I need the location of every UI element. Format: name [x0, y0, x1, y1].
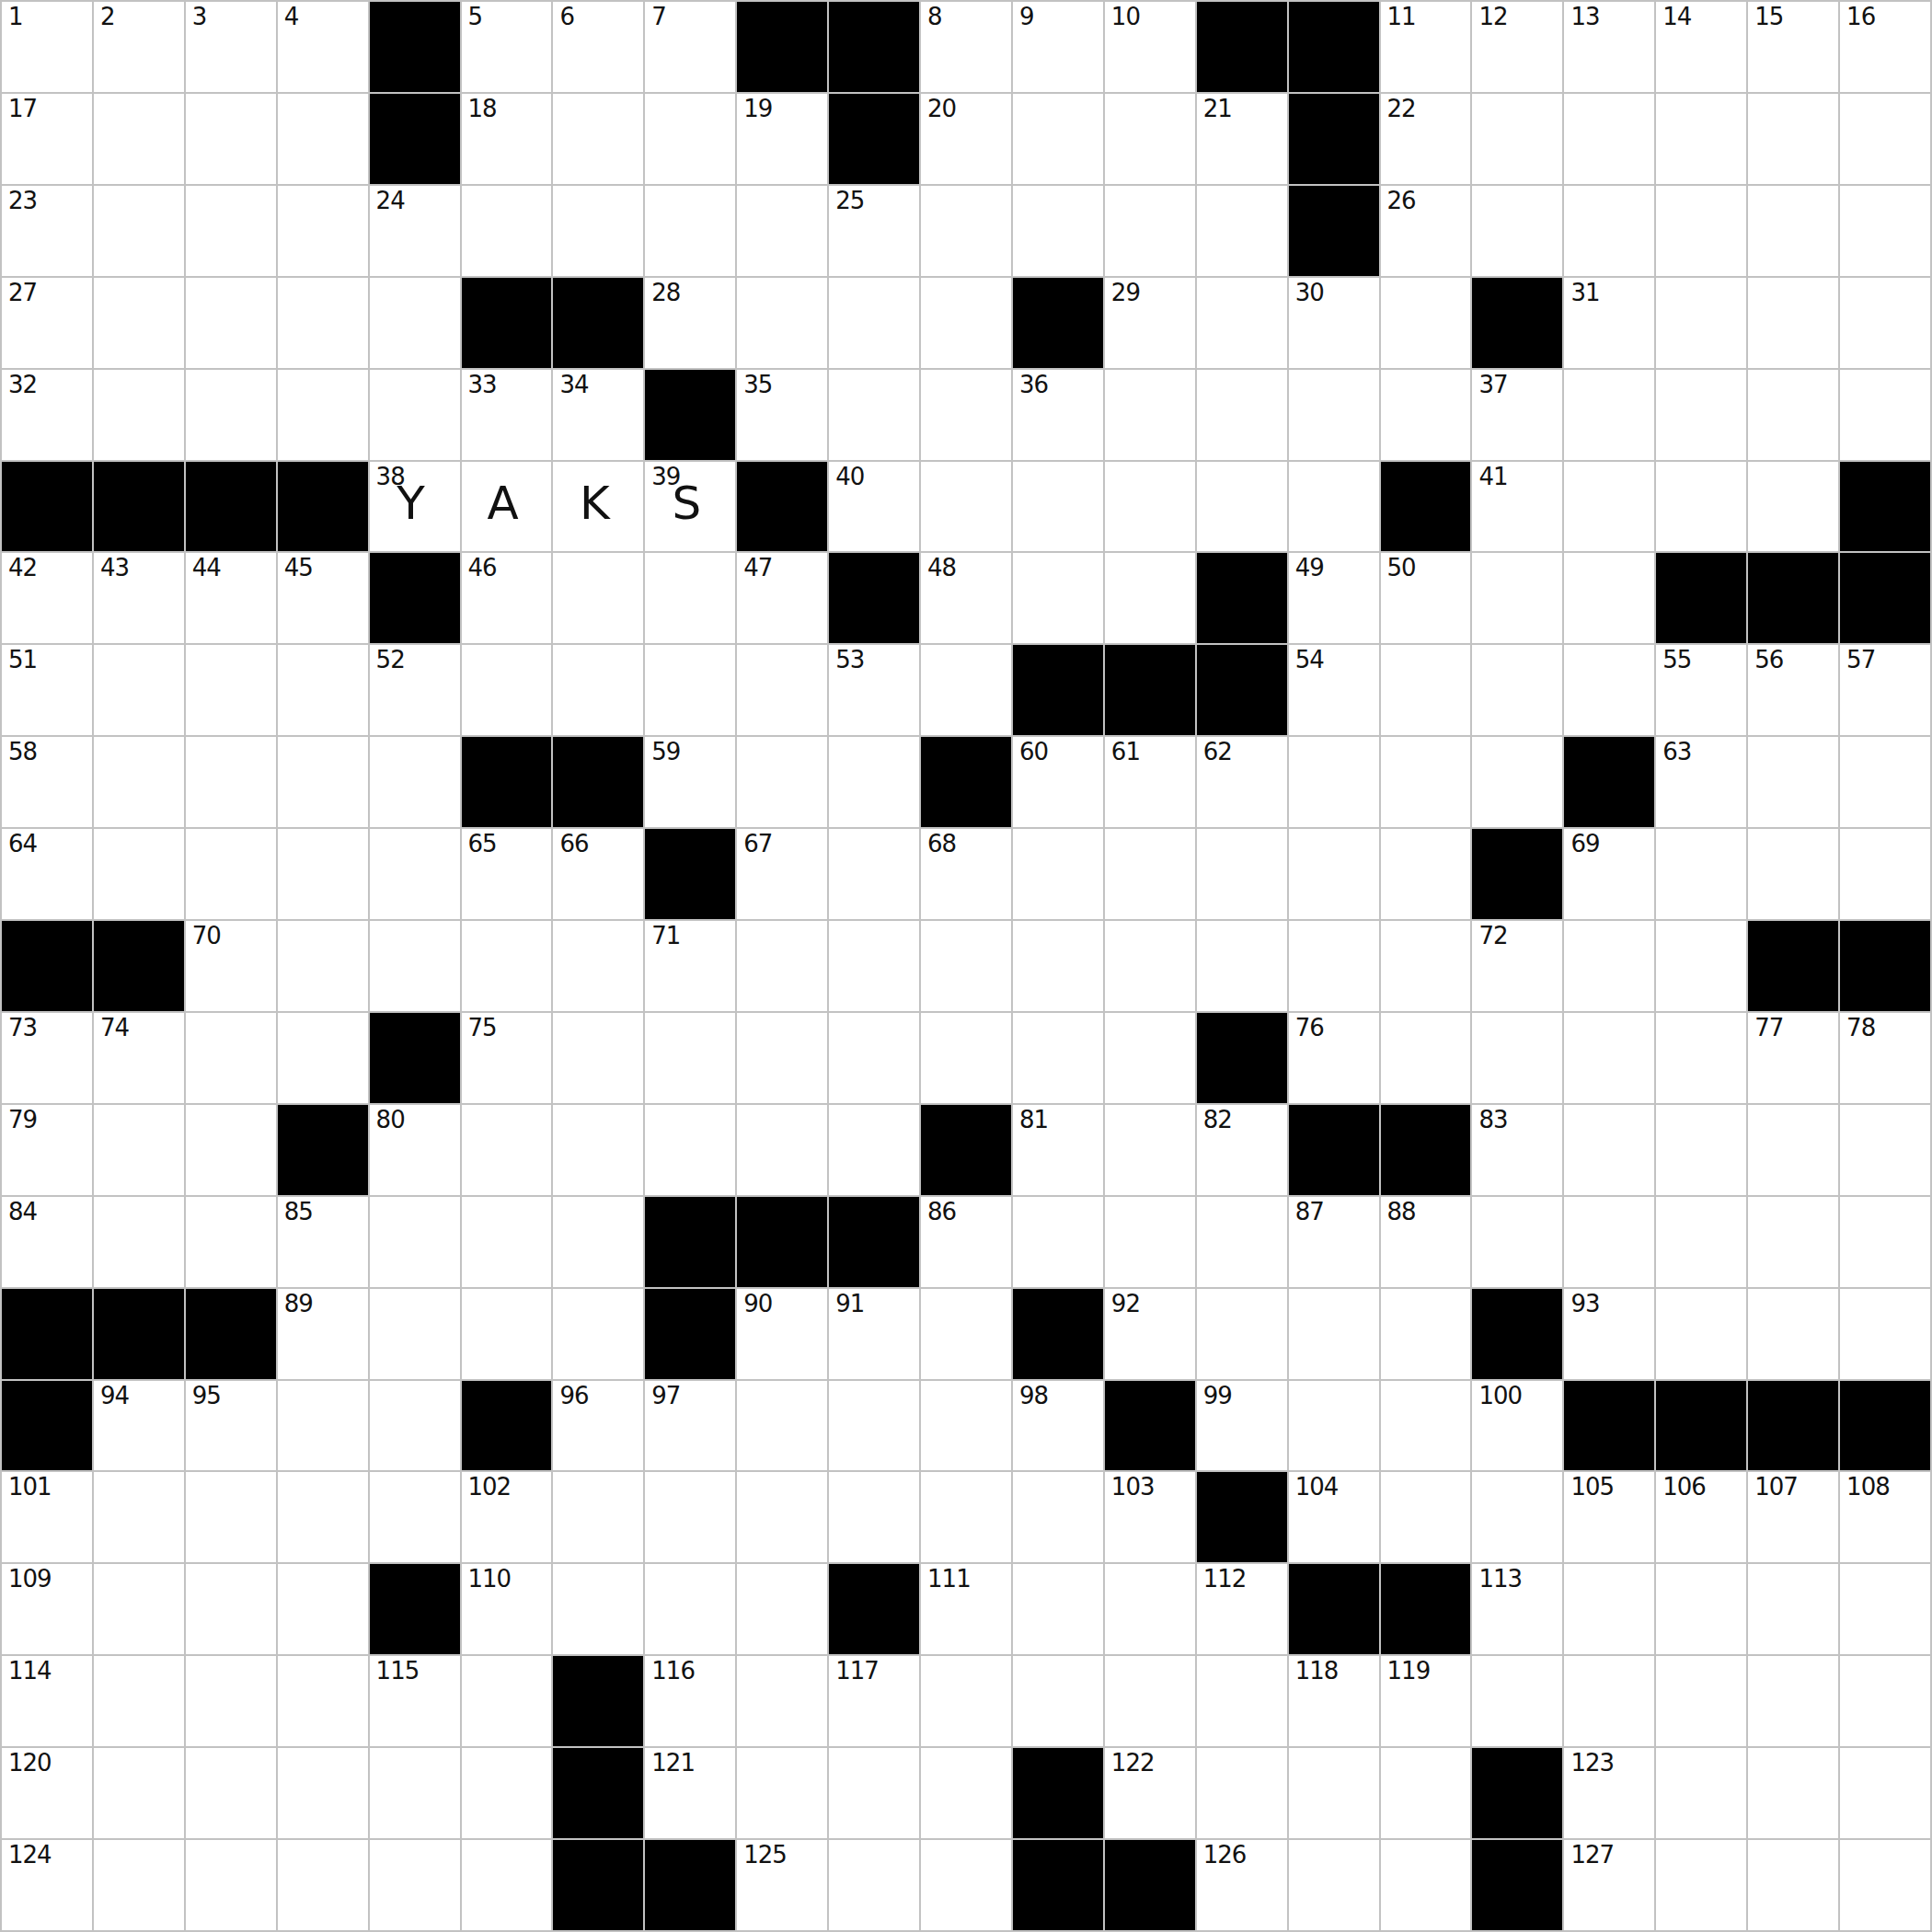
grid-cell[interactable]: [1013, 1013, 1103, 1103]
grid-cell[interactable]: [186, 186, 276, 276]
grid-cell[interactable]: [1564, 553, 1654, 643]
grid-cell[interactable]: [1748, 829, 1838, 919]
grid-cell[interactable]: [645, 94, 735, 184]
grid-cell[interactable]: 122: [1105, 1748, 1195, 1838]
grid-cell[interactable]: 41: [1472, 462, 1562, 552]
grid-cell[interactable]: [278, 370, 368, 460]
grid-cell[interactable]: [921, 370, 1011, 460]
grid-cell[interactable]: 114: [2, 1656, 92, 1746]
grid-cell[interactable]: 126: [1197, 1840, 1287, 1930]
grid-cell[interactable]: 37: [1472, 370, 1562, 460]
grid-cell[interactable]: [1197, 921, 1287, 1011]
grid-cell[interactable]: [1564, 1105, 1654, 1195]
grid-cell[interactable]: [1197, 186, 1287, 276]
grid-cell[interactable]: 115: [370, 1656, 460, 1746]
grid-cell[interactable]: [737, 737, 827, 827]
grid-cell[interactable]: [1472, 186, 1562, 276]
grid-cell[interactable]: [553, 1289, 643, 1379]
grid-cell[interactable]: [1748, 1289, 1838, 1379]
grid-cell[interactable]: 117: [829, 1656, 919, 1746]
grid-cell[interactable]: 64: [2, 829, 92, 919]
grid-cell[interactable]: [1564, 1013, 1654, 1103]
grid-cell[interactable]: [645, 645, 735, 735]
grid-cell[interactable]: [1289, 1748, 1379, 1838]
grid-cell[interactable]: 112: [1197, 1564, 1287, 1654]
grid-cell[interactable]: 92: [1105, 1289, 1195, 1379]
grid-cell[interactable]: [462, 645, 552, 735]
grid-cell[interactable]: [1748, 737, 1838, 827]
grid-cell[interactable]: 80: [370, 1105, 460, 1195]
grid-cell[interactable]: [278, 1564, 368, 1654]
grid-cell[interactable]: [1656, 278, 1746, 368]
grid-cell[interactable]: [186, 737, 276, 827]
grid-cell[interactable]: [737, 1381, 827, 1471]
grid-cell[interactable]: [94, 1748, 184, 1838]
grid-cell[interactable]: [462, 1840, 552, 1930]
grid-cell[interactable]: 50: [1381, 553, 1471, 643]
grid-cell[interactable]: [1013, 1564, 1103, 1654]
grid-cell[interactable]: 83: [1472, 1105, 1562, 1195]
grid-cell[interactable]: 58: [2, 737, 92, 827]
grid-cell[interactable]: [829, 1105, 919, 1195]
grid-cell[interactable]: [1289, 921, 1379, 1011]
grid-cell[interactable]: 48: [921, 553, 1011, 643]
grid-cell[interactable]: [1105, 1013, 1195, 1103]
grid-cell[interactable]: [1289, 1289, 1379, 1379]
grid-cell[interactable]: [370, 278, 460, 368]
grid-cell[interactable]: [553, 1564, 643, 1654]
grid-cell[interactable]: [1564, 921, 1654, 1011]
grid-cell[interactable]: [1840, 186, 1930, 276]
grid-cell[interactable]: [829, 829, 919, 919]
grid-cell[interactable]: [645, 553, 735, 643]
grid-cell[interactable]: [737, 1564, 827, 1654]
grid-cell[interactable]: [1748, 1748, 1838, 1838]
grid-cell[interactable]: 13: [1564, 2, 1654, 92]
grid-cell[interactable]: [1840, 1840, 1930, 1930]
grid-cell[interactable]: [921, 1013, 1011, 1103]
grid-cell[interactable]: [1656, 1748, 1746, 1838]
grid-cell[interactable]: [1840, 1197, 1930, 1287]
grid-cell[interactable]: [186, 1472, 276, 1562]
grid-cell[interactable]: 25: [829, 186, 919, 276]
grid-cell[interactable]: 11: [1381, 2, 1471, 92]
grid-cell[interactable]: K: [553, 462, 643, 552]
grid-cell[interactable]: 88: [1381, 1197, 1471, 1287]
grid-cell[interactable]: [1564, 645, 1654, 735]
grid-cell[interactable]: [94, 1197, 184, 1287]
grid-cell[interactable]: [1289, 1840, 1379, 1930]
grid-cell[interactable]: 101: [2, 1472, 92, 1562]
grid-cell[interactable]: [645, 186, 735, 276]
grid-cell[interactable]: [94, 1656, 184, 1746]
grid-cell[interactable]: [186, 370, 276, 460]
grid-cell[interactable]: 29: [1105, 278, 1195, 368]
grid-cell[interactable]: 1: [2, 2, 92, 92]
grid-cell[interactable]: [737, 1472, 827, 1562]
grid-cell[interactable]: 87: [1289, 1197, 1379, 1287]
grid-cell[interactable]: [1840, 829, 1930, 919]
grid-cell[interactable]: [921, 462, 1011, 552]
grid-cell[interactable]: [1748, 278, 1838, 368]
grid-cell[interactable]: 107: [1748, 1472, 1838, 1562]
grid-cell[interactable]: 75: [462, 1013, 552, 1103]
grid-cell[interactable]: 16: [1840, 2, 1930, 92]
grid-cell[interactable]: 119: [1381, 1656, 1471, 1746]
grid-cell[interactable]: [1748, 1564, 1838, 1654]
grid-cell[interactable]: [1105, 829, 1195, 919]
grid-cell[interactable]: 86: [921, 1197, 1011, 1287]
grid-cell[interactable]: 103: [1105, 1472, 1195, 1562]
grid-cell[interactable]: [278, 1013, 368, 1103]
grid-cell[interactable]: [186, 1197, 276, 1287]
grid-cell[interactable]: 121: [645, 1748, 735, 1838]
grid-cell[interactable]: 63: [1656, 737, 1746, 827]
grid-cell[interactable]: [645, 1013, 735, 1103]
grid-cell[interactable]: [94, 645, 184, 735]
grid-cell[interactable]: [1381, 1381, 1471, 1471]
grid-cell[interactable]: 32: [2, 370, 92, 460]
grid-cell[interactable]: [1105, 370, 1195, 460]
grid-cell[interactable]: [829, 1748, 919, 1838]
grid-cell[interactable]: 67: [737, 829, 827, 919]
grid-cell[interactable]: 68: [921, 829, 1011, 919]
grid-cell[interactable]: [921, 1472, 1011, 1562]
grid-cell[interactable]: [462, 921, 552, 1011]
grid-cell[interactable]: [1105, 1564, 1195, 1654]
grid-cell[interactable]: [921, 186, 1011, 276]
grid-cell[interactable]: [370, 921, 460, 1011]
grid-cell[interactable]: 52: [370, 645, 460, 735]
grid-cell[interactable]: 100: [1472, 1381, 1562, 1471]
grid-cell[interactable]: [1289, 370, 1379, 460]
grid-cell[interactable]: [1105, 1197, 1195, 1287]
grid-cell[interactable]: [370, 829, 460, 919]
grid-cell[interactable]: [1748, 1105, 1838, 1195]
grid-cell[interactable]: 104: [1289, 1472, 1379, 1562]
grid-cell[interactable]: 105: [1564, 1472, 1654, 1562]
grid-cell[interactable]: [186, 278, 276, 368]
grid-cell[interactable]: [186, 1564, 276, 1654]
grid-cell[interactable]: 14: [1656, 2, 1746, 92]
grid-cell[interactable]: [1748, 94, 1838, 184]
grid-cell[interactable]: [1013, 829, 1103, 919]
grid-cell[interactable]: 90: [737, 1289, 827, 1379]
grid-cell[interactable]: [186, 1013, 276, 1103]
grid-cell[interactable]: [553, 94, 643, 184]
grid-cell[interactable]: 17: [2, 94, 92, 184]
grid-cell[interactable]: 40: [829, 462, 919, 552]
grid-cell[interactable]: 109: [2, 1564, 92, 1654]
grid-cell[interactable]: [737, 186, 827, 276]
grid-cell[interactable]: 5: [462, 2, 552, 92]
grid-cell[interactable]: [829, 1013, 919, 1103]
grid-cell[interactable]: [94, 1840, 184, 1930]
grid-cell[interactable]: A: [462, 462, 552, 552]
grid-cell[interactable]: [462, 1748, 552, 1838]
grid-cell[interactable]: [1472, 1472, 1562, 1562]
grid-cell[interactable]: [921, 1840, 1011, 1930]
grid-cell[interactable]: [553, 1197, 643, 1287]
grid-cell[interactable]: [829, 737, 919, 827]
grid-cell[interactable]: [1748, 1656, 1838, 1746]
grid-cell[interactable]: 78: [1840, 1013, 1930, 1103]
grid-cell[interactable]: [94, 370, 184, 460]
grid-cell[interactable]: [94, 278, 184, 368]
grid-cell[interactable]: [829, 1381, 919, 1471]
grid-cell[interactable]: 66: [553, 829, 643, 919]
grid-cell[interactable]: 23: [2, 186, 92, 276]
grid-cell[interactable]: 19: [737, 94, 827, 184]
grid-cell[interactable]: 59: [645, 737, 735, 827]
grid-cell[interactable]: [921, 1289, 1011, 1379]
grid-cell[interactable]: [1381, 921, 1471, 1011]
grid-cell[interactable]: [1656, 462, 1746, 552]
grid-cell[interactable]: [1381, 278, 1471, 368]
grid-cell[interactable]: [278, 186, 368, 276]
grid-cell[interactable]: 97: [645, 1381, 735, 1471]
grid-cell[interactable]: [829, 1840, 919, 1930]
grid-cell[interactable]: [737, 921, 827, 1011]
grid-cell[interactable]: [829, 278, 919, 368]
grid-cell[interactable]: [1840, 1656, 1930, 1746]
grid-cell[interactable]: [1656, 1840, 1746, 1930]
grid-cell[interactable]: [94, 1472, 184, 1562]
grid-cell[interactable]: [1840, 1564, 1930, 1654]
grid-cell[interactable]: [921, 278, 1011, 368]
grid-cell[interactable]: [370, 1840, 460, 1930]
grid-cell[interactable]: 44: [186, 553, 276, 643]
grid-cell[interactable]: [1748, 370, 1838, 460]
grid-cell[interactable]: 18: [462, 94, 552, 184]
grid-cell[interactable]: 2: [94, 2, 184, 92]
grid-cell[interactable]: [1840, 370, 1930, 460]
grid-cell[interactable]: [370, 1289, 460, 1379]
grid-cell[interactable]: 118: [1289, 1656, 1379, 1746]
grid-cell[interactable]: [553, 645, 643, 735]
grid-cell[interactable]: [278, 1381, 368, 1471]
grid-cell[interactable]: [645, 1105, 735, 1195]
grid-cell[interactable]: [921, 1381, 1011, 1471]
grid-cell[interactable]: [1013, 462, 1103, 552]
grid-cell[interactable]: [1197, 1289, 1287, 1379]
grid-cell[interactable]: [186, 645, 276, 735]
grid-cell[interactable]: [278, 829, 368, 919]
grid-cell[interactable]: [1381, 1472, 1471, 1562]
grid-cell[interactable]: [94, 94, 184, 184]
grid-cell[interactable]: 62: [1197, 737, 1287, 827]
grid-cell[interactable]: [1013, 1656, 1103, 1746]
grid-cell[interactable]: [645, 1472, 735, 1562]
grid-cell[interactable]: 81: [1013, 1105, 1103, 1195]
grid-cell[interactable]: [370, 1381, 460, 1471]
grid-cell[interactable]: [553, 1472, 643, 1562]
grid-cell[interactable]: [94, 186, 184, 276]
grid-cell[interactable]: [829, 921, 919, 1011]
grid-cell[interactable]: [462, 1289, 552, 1379]
grid-cell[interactable]: [1840, 94, 1930, 184]
grid-cell[interactable]: [1564, 462, 1654, 552]
grid-cell[interactable]: [94, 1105, 184, 1195]
grid-cell[interactable]: [1105, 462, 1195, 552]
grid-cell[interactable]: [829, 1472, 919, 1562]
grid-cell[interactable]: [921, 1656, 1011, 1746]
grid-cell[interactable]: [462, 1197, 552, 1287]
grid-cell[interactable]: [278, 278, 368, 368]
grid-cell[interactable]: [1197, 1656, 1287, 1746]
grid-cell[interactable]: [278, 1748, 368, 1838]
grid-cell[interactable]: [278, 645, 368, 735]
grid-cell[interactable]: [1197, 278, 1287, 368]
grid-cell[interactable]: 65: [462, 829, 552, 919]
grid-cell[interactable]: [553, 186, 643, 276]
grid-cell[interactable]: [737, 645, 827, 735]
grid-cell[interactable]: 94: [94, 1381, 184, 1471]
grid-cell[interactable]: 120: [2, 1748, 92, 1838]
grid-cell[interactable]: 93: [1564, 1289, 1654, 1379]
grid-cell[interactable]: 102: [462, 1472, 552, 1562]
grid-cell[interactable]: [1197, 370, 1287, 460]
grid-cell[interactable]: 12: [1472, 2, 1562, 92]
grid-cell[interactable]: 20: [921, 94, 1011, 184]
grid-cell[interactable]: 42: [2, 553, 92, 643]
grid-cell[interactable]: [921, 921, 1011, 1011]
grid-cell[interactable]: 57: [1840, 645, 1930, 735]
grid-cell[interactable]: 3: [186, 2, 276, 92]
grid-cell[interactable]: 51: [2, 645, 92, 735]
grid-cell[interactable]: 110: [462, 1564, 552, 1654]
grid-cell[interactable]: 22: [1381, 94, 1471, 184]
grid-cell[interactable]: [1105, 553, 1195, 643]
grid-cell[interactable]: 89: [278, 1289, 368, 1379]
grid-cell[interactable]: [1656, 1013, 1746, 1103]
grid-cell[interactable]: 24: [370, 186, 460, 276]
grid-cell[interactable]: 124: [2, 1840, 92, 1930]
grid-cell[interactable]: 127: [1564, 1840, 1654, 1930]
grid-cell[interactable]: 31: [1564, 278, 1654, 368]
grid-cell[interactable]: [1381, 1013, 1471, 1103]
grid-cell[interactable]: [1564, 94, 1654, 184]
grid-cell[interactable]: [1013, 1472, 1103, 1562]
grid-cell[interactable]: [737, 1013, 827, 1103]
grid-cell[interactable]: [1472, 1656, 1562, 1746]
grid-cell[interactable]: [278, 1472, 368, 1562]
grid-cell[interactable]: 69: [1564, 829, 1654, 919]
grid-cell[interactable]: [1748, 462, 1838, 552]
grid-cell[interactable]: [370, 1197, 460, 1287]
grid-cell[interactable]: [1564, 1197, 1654, 1287]
grid-cell[interactable]: [186, 1840, 276, 1930]
grid-cell[interactable]: [1564, 370, 1654, 460]
grid-cell[interactable]: [186, 1748, 276, 1838]
grid-cell[interactable]: 45: [278, 553, 368, 643]
grid-cell[interactable]: [645, 1564, 735, 1654]
grid-cell[interactable]: 113: [1472, 1564, 1562, 1654]
grid-cell[interactable]: 35: [737, 370, 827, 460]
grid-cell[interactable]: [1472, 737, 1562, 827]
grid-cell[interactable]: [1289, 737, 1379, 827]
grid-cell[interactable]: [1564, 1656, 1654, 1746]
grid-cell[interactable]: [1472, 94, 1562, 184]
grid-cell[interactable]: [278, 94, 368, 184]
grid-cell[interactable]: 36: [1013, 370, 1103, 460]
grid-cell[interactable]: 85: [278, 1197, 368, 1287]
grid-cell[interactable]: [921, 1748, 1011, 1838]
grid-cell[interactable]: 43: [94, 553, 184, 643]
grid-cell[interactable]: [1656, 1197, 1746, 1287]
grid-cell[interactable]: [1564, 186, 1654, 276]
grid-cell[interactable]: [1656, 1289, 1746, 1379]
grid-cell[interactable]: [1564, 1564, 1654, 1654]
grid-cell[interactable]: [1381, 1840, 1471, 1930]
grid-cell[interactable]: [1013, 94, 1103, 184]
grid-cell[interactable]: 39S: [645, 462, 735, 552]
grid-cell[interactable]: 47: [737, 553, 827, 643]
grid-cell[interactable]: 38Y: [370, 462, 460, 552]
grid-cell[interactable]: 34: [553, 370, 643, 460]
grid-cell[interactable]: 95: [186, 1381, 276, 1471]
grid-cell[interactable]: [370, 737, 460, 827]
grid-cell[interactable]: [553, 1013, 643, 1103]
grid-cell[interactable]: 27: [2, 278, 92, 368]
grid-cell[interactable]: [94, 829, 184, 919]
grid-cell[interactable]: 99: [1197, 1381, 1287, 1471]
grid-cell[interactable]: 82: [1197, 1105, 1287, 1195]
grid-cell[interactable]: 30: [1289, 278, 1379, 368]
grid-cell[interactable]: [1013, 1197, 1103, 1287]
grid-cell[interactable]: [1197, 1197, 1287, 1287]
grid-cell[interactable]: [737, 278, 827, 368]
grid-cell[interactable]: [278, 1656, 368, 1746]
grid-cell[interactable]: [1748, 1197, 1838, 1287]
grid-cell[interactable]: [94, 1564, 184, 1654]
grid-cell[interactable]: [1381, 829, 1471, 919]
grid-cell[interactable]: [186, 94, 276, 184]
grid-cell[interactable]: 8: [921, 2, 1011, 92]
grid-cell[interactable]: [921, 645, 1011, 735]
grid-cell[interactable]: [1472, 1013, 1562, 1103]
grid-cell[interactable]: 56: [1748, 645, 1838, 735]
grid-cell[interactable]: 123: [1564, 1748, 1654, 1838]
grid-cell[interactable]: [1289, 829, 1379, 919]
grid-cell[interactable]: [462, 186, 552, 276]
grid-cell[interactable]: [1381, 370, 1471, 460]
grid-cell[interactable]: 4: [278, 2, 368, 92]
grid-cell[interactable]: [462, 1105, 552, 1195]
grid-cell[interactable]: 74: [94, 1013, 184, 1103]
grid-cell[interactable]: [1656, 94, 1746, 184]
grid-cell[interactable]: 91: [829, 1289, 919, 1379]
grid-cell[interactable]: [1381, 645, 1471, 735]
grid-cell[interactable]: 61: [1105, 737, 1195, 827]
grid-cell[interactable]: [1105, 94, 1195, 184]
grid-cell[interactable]: [1748, 186, 1838, 276]
grid-cell[interactable]: [553, 1105, 643, 1195]
grid-cell[interactable]: [553, 553, 643, 643]
grid-cell[interactable]: [737, 1105, 827, 1195]
grid-cell[interactable]: 72: [1472, 921, 1562, 1011]
grid-cell[interactable]: [370, 370, 460, 460]
grid-cell[interactable]: 73: [2, 1013, 92, 1103]
grid-cell[interactable]: [1656, 1105, 1746, 1195]
grid-cell[interactable]: [94, 737, 184, 827]
grid-cell[interactable]: 9: [1013, 2, 1103, 92]
grid-cell[interactable]: 125: [737, 1840, 827, 1930]
grid-cell[interactable]: [1013, 921, 1103, 1011]
grid-cell[interactable]: [1840, 1289, 1930, 1379]
grid-cell[interactable]: [1013, 186, 1103, 276]
grid-cell[interactable]: 21: [1197, 94, 1287, 184]
